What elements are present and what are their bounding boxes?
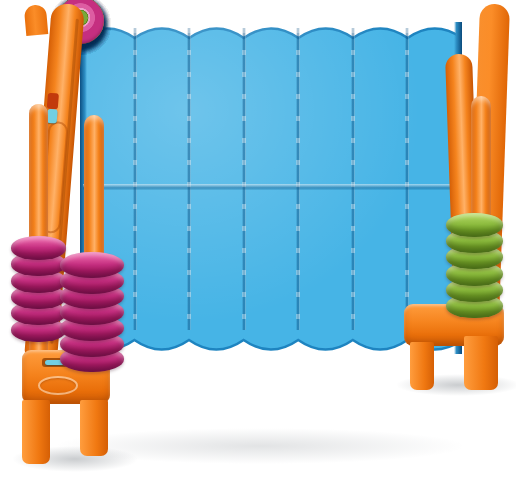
board-halves-seam xyxy=(83,184,459,190)
board-grid xyxy=(80,20,462,344)
teal-clip xyxy=(47,109,58,124)
column-divider-rib xyxy=(405,28,409,330)
right-foot-toe xyxy=(464,336,498,390)
leg-slot xyxy=(47,93,59,110)
brand-badge xyxy=(38,376,78,395)
column-divider-rib xyxy=(242,28,246,330)
rear-left-leg-top xyxy=(24,4,49,36)
green-storage-ring xyxy=(446,213,503,237)
left-foot-toe xyxy=(80,400,108,456)
magenta-storage-ring xyxy=(11,236,66,260)
right-foot-toe xyxy=(410,342,434,390)
column-divider-rib xyxy=(187,28,191,330)
left-foot-toe xyxy=(22,400,50,464)
right-stack xyxy=(446,213,503,318)
left-outer-stack xyxy=(11,236,66,342)
left-inner-stack xyxy=(60,252,124,372)
ring-post-right xyxy=(471,96,491,218)
product-photo-giant-connect-four xyxy=(0,0,516,480)
column-divider-rib xyxy=(296,28,300,330)
column-divider-rib xyxy=(133,28,137,330)
column-divider-rib xyxy=(351,28,355,330)
magenta-storage-ring xyxy=(60,252,124,278)
